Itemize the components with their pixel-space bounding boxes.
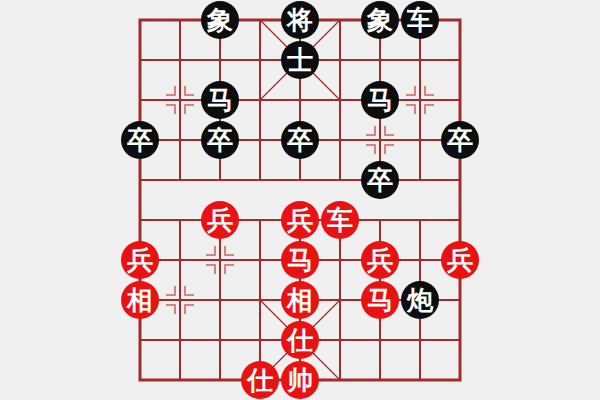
board-point-c2-r1[interactable] bbox=[200, 40, 240, 80]
piece-black-chariot[interactable]: 车 bbox=[401, 1, 439, 39]
piece-black-horse[interactable]: 马 bbox=[361, 81, 399, 119]
piece-red-elephant[interactable]: 相 bbox=[121, 281, 159, 319]
board-point-c4-r6[interactable]: 马 bbox=[280, 240, 320, 280]
board-point-c6-r3[interactable] bbox=[360, 120, 400, 160]
board-point-c3-r6[interactable] bbox=[240, 240, 280, 280]
board-point-c6-r0[interactable]: 象 bbox=[360, 0, 400, 40]
piece-black-horse[interactable]: 马 bbox=[201, 81, 239, 119]
board-point-c7-r3[interactable] bbox=[400, 120, 440, 160]
board-point-c6-r6[interactable]: 兵 bbox=[360, 240, 400, 280]
board-point-c4-r1[interactable]: 士 bbox=[280, 40, 320, 80]
board-point-c8-r7[interactable] bbox=[440, 280, 480, 320]
board-point-c7-r8[interactable] bbox=[400, 320, 440, 360]
board-point-c2-r2[interactable]: 马 bbox=[200, 80, 240, 120]
board-point-c2-r4[interactable] bbox=[200, 160, 240, 200]
board-point-c7-r2[interactable] bbox=[400, 80, 440, 120]
piece-black-advisor[interactable]: 士 bbox=[281, 41, 319, 79]
piece-red-general[interactable]: 帅 bbox=[281, 361, 319, 399]
piece-black-cannon[interactable]: 炮 bbox=[401, 281, 439, 319]
board-point-c8-r8[interactable] bbox=[440, 320, 480, 360]
board-point-c4-r8[interactable]: 仕 bbox=[280, 320, 320, 360]
board-point-c1-r6[interactable] bbox=[160, 240, 200, 280]
board-point-c3-r5[interactable] bbox=[240, 200, 280, 240]
piece-red-chariot[interactable]: 车 bbox=[321, 201, 359, 239]
piece-red-advisor[interactable]: 仕 bbox=[281, 321, 319, 359]
board-point-c2-r9[interactable] bbox=[200, 360, 240, 400]
piece-red-elephant[interactable]: 相 bbox=[281, 281, 319, 319]
board-point-c4-r2[interactable] bbox=[280, 80, 320, 120]
board-point-c7-r6[interactable] bbox=[400, 240, 440, 280]
piece-red-horse[interactable]: 马 bbox=[361, 281, 399, 319]
board-point-c1-r5[interactable] bbox=[160, 200, 200, 240]
board-point-c0-r7[interactable]: 相 bbox=[120, 280, 160, 320]
board-point-c4-r5[interactable]: 兵 bbox=[280, 200, 320, 240]
board-point-c0-r8[interactable] bbox=[120, 320, 160, 360]
piece-red-soldier[interactable]: 兵 bbox=[201, 201, 239, 239]
board-point-c5-r4[interactable] bbox=[320, 160, 360, 200]
board-point-c5-r0[interactable] bbox=[320, 0, 360, 40]
board-point-c0-r3[interactable]: 卒 bbox=[120, 120, 160, 160]
board-point-c3-r1[interactable] bbox=[240, 40, 280, 80]
xiangqi-board-screen: 象将象车士马马卒卒卒卒卒兵兵车兵马兵兵相相马炮仕仕帅 bbox=[0, 0, 600, 400]
piece-black-soldier[interactable]: 卒 bbox=[441, 121, 479, 159]
board-point-c0-r4[interactable] bbox=[120, 160, 160, 200]
piece-red-soldier[interactable]: 兵 bbox=[121, 241, 159, 279]
board-point-c6-r9[interactable] bbox=[360, 360, 400, 400]
board-point-c7-r5[interactable] bbox=[400, 200, 440, 240]
piece-black-elephant[interactable]: 象 bbox=[201, 1, 239, 39]
board-point-c0-r9[interactable] bbox=[120, 360, 160, 400]
board-point-c8-r6[interactable]: 兵 bbox=[440, 240, 480, 280]
board-point-c6-r1[interactable] bbox=[360, 40, 400, 80]
board-point-c7-r9[interactable] bbox=[400, 360, 440, 400]
piece-black-elephant[interactable]: 象 bbox=[361, 1, 399, 39]
board-point-c5-r2[interactable] bbox=[320, 80, 360, 120]
board-point-c6-r2[interactable]: 马 bbox=[360, 80, 400, 120]
board-point-c8-r2[interactable] bbox=[440, 80, 480, 120]
board-point-c2-r0[interactable]: 象 bbox=[200, 0, 240, 40]
piece-black-general[interactable]: 将 bbox=[281, 1, 319, 39]
board-point-c8-r4[interactable] bbox=[440, 160, 480, 200]
board-point-c2-r5[interactable]: 兵 bbox=[200, 200, 240, 240]
board-point-c1-r0[interactable] bbox=[160, 0, 200, 40]
piece-red-advisor[interactable]: 仕 bbox=[241, 361, 279, 399]
board-point-c4-r9[interactable]: 帅 bbox=[280, 360, 320, 400]
board-point-c5-r8[interactable] bbox=[320, 320, 360, 360]
piece-black-soldier[interactable]: 卒 bbox=[121, 121, 159, 159]
piece-black-soldier[interactable]: 卒 bbox=[201, 121, 239, 159]
board-point-c7-r7[interactable]: 炮 bbox=[400, 280, 440, 320]
board-point-c5-r3[interactable] bbox=[320, 120, 360, 160]
board-point-c8-r3[interactable]: 卒 bbox=[440, 120, 480, 160]
board-point-c1-r4[interactable] bbox=[160, 160, 200, 200]
board-point-c0-r2[interactable] bbox=[120, 80, 160, 120]
board-point-c7-r0[interactable]: 车 bbox=[400, 0, 440, 40]
board-point-c0-r1[interactable] bbox=[120, 40, 160, 80]
piece-black-soldier[interactable]: 卒 bbox=[281, 121, 319, 159]
board-point-c0-r0[interactable] bbox=[120, 0, 160, 40]
board-point-c5-r6[interactable] bbox=[320, 240, 360, 280]
board-point-c0-r6[interactable]: 兵 bbox=[120, 240, 160, 280]
board-point-c1-r2[interactable] bbox=[160, 80, 200, 120]
board-point-c8-r1[interactable] bbox=[440, 40, 480, 80]
piece-black-soldier[interactable]: 卒 bbox=[361, 161, 399, 199]
piece-red-soldier[interactable]: 兵 bbox=[281, 201, 319, 239]
piece-red-soldier[interactable]: 兵 bbox=[441, 241, 479, 279]
board-point-c4-r3[interactable]: 卒 bbox=[280, 120, 320, 160]
board-point-c6-r7[interactable]: 马 bbox=[360, 280, 400, 320]
board-point-c2-r6[interactable] bbox=[200, 240, 240, 280]
board-point-c2-r8[interactable] bbox=[200, 320, 240, 360]
board-point-c5-r7[interactable] bbox=[320, 280, 360, 320]
board-point-c2-r7[interactable] bbox=[200, 280, 240, 320]
board-point-c5-r9[interactable] bbox=[320, 360, 360, 400]
board-point-c1-r7[interactable] bbox=[160, 280, 200, 320]
board-point-c3-r7[interactable] bbox=[240, 280, 280, 320]
board-point-c3-r8[interactable] bbox=[240, 320, 280, 360]
board-point-c8-r9[interactable] bbox=[440, 360, 480, 400]
board-point-c0-r5[interactable] bbox=[120, 200, 160, 240]
board-point-c6-r8[interactable] bbox=[360, 320, 400, 360]
board-point-c7-r1[interactable] bbox=[400, 40, 440, 80]
board-point-c2-r3[interactable]: 卒 bbox=[200, 120, 240, 160]
board-point-c1-r1[interactable] bbox=[160, 40, 200, 80]
board-point-c3-r9[interactable]: 仕 bbox=[240, 360, 280, 400]
board-point-c4-r0[interactable]: 将 bbox=[280, 0, 320, 40]
board-point-c3-r4[interactable] bbox=[240, 160, 280, 200]
board-point-c8-r0[interactable] bbox=[440, 0, 480, 40]
board-point-c1-r3[interactable] bbox=[160, 120, 200, 160]
board-point-c7-r4[interactable] bbox=[400, 160, 440, 200]
board-point-c3-r3[interactable] bbox=[240, 120, 280, 160]
xiangqi-board: 象将象车士马马卒卒卒卒卒兵兵车兵马兵兵相相马炮仕仕帅 bbox=[120, 0, 480, 400]
board-point-c1-r9[interactable] bbox=[160, 360, 200, 400]
board-point-c4-r7[interactable]: 相 bbox=[280, 280, 320, 320]
board-point-c4-r4[interactable] bbox=[280, 160, 320, 200]
board-point-c3-r0[interactable] bbox=[240, 0, 280, 40]
board-point-c8-r5[interactable] bbox=[440, 200, 480, 240]
board-point-c1-r8[interactable] bbox=[160, 320, 200, 360]
piece-red-soldier[interactable]: 兵 bbox=[361, 241, 399, 279]
board-point-c5-r5[interactable]: 车 bbox=[320, 200, 360, 240]
board-point-c6-r4[interactable]: 卒 bbox=[360, 160, 400, 200]
board-point-c5-r1[interactable] bbox=[320, 40, 360, 80]
board-point-c6-r5[interactable] bbox=[360, 200, 400, 240]
piece-red-horse[interactable]: 马 bbox=[281, 241, 319, 279]
board-point-c3-r2[interactable] bbox=[240, 80, 280, 120]
